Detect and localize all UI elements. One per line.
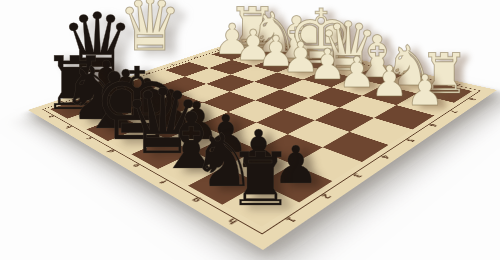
chess-board: aabbccddeeffgghh1122334455667788	[28, 36, 497, 250]
file-label-d-near: d	[106, 148, 117, 153]
file-label-d-far: d	[331, 56, 338, 58]
file-label-a-near: a	[46, 115, 55, 119]
rank-label-2-right: 2	[319, 192, 332, 199]
file-label-f-far: f	[388, 68, 394, 70]
file-label-g-near: g	[189, 196, 202, 203]
file-label-e-near: e	[130, 162, 141, 168]
file-label-a-far: a	[263, 41, 270, 43]
rank-label-4-right: 4	[379, 154, 391, 159]
rank-label-8-right: 8	[467, 97, 477, 101]
file-label-e-far: e	[358, 62, 366, 65]
file-label-c-near: c	[84, 136, 94, 140]
extra-white-queen: ♛	[118, 0, 183, 61]
file-label-b-far: b	[284, 45, 291, 47]
file-label-b-near: b	[64, 125, 74, 129]
rank-label-6-right: 6	[427, 123, 438, 127]
chess-set-photo: aabbccddeeffgghh1122334455667788 ♜♞♝♛♚♝♞…	[0, 0, 500, 260]
file-label-h-near: h	[225, 217, 239, 225]
extra-black-queen: ♛	[60, 3, 134, 86]
rank-label-3-right: 3	[351, 172, 364, 178]
file-label-c-far: c	[307, 50, 314, 52]
file-label-g-far: g	[418, 75, 426, 78]
file-label-f-near: f	[159, 179, 169, 184]
board-squares	[50, 41, 472, 227]
file-label-h-far: h	[453, 83, 462, 86]
rank-label-5-right: 5	[404, 138, 416, 143]
rank-label-1-right: 1	[284, 215, 298, 223]
rank-label-7-right: 7	[448, 109, 459, 113]
